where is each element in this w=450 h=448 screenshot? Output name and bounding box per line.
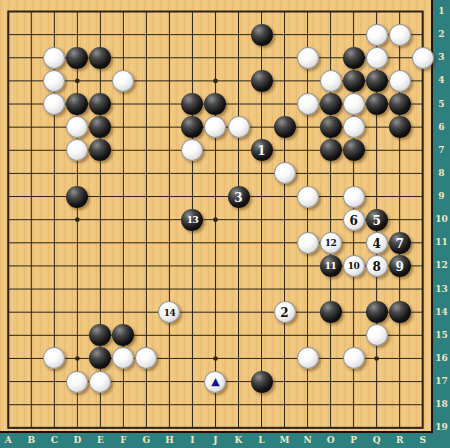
row-label-7: 7 — [433, 143, 450, 158]
move-number-label: 10 — [348, 262, 360, 271]
stone-black-r6[interactable] — [389, 116, 411, 138]
column-label-h: H — [158, 433, 180, 448]
stone-white-r2[interactable] — [389, 24, 411, 46]
row-label-17: 17 — [433, 374, 450, 389]
column-label-r: R — [389, 433, 411, 448]
stone-white-n16[interactable] — [297, 347, 319, 369]
stone-white-p9[interactable] — [343, 186, 365, 208]
row-label-16: 16 — [433, 351, 450, 366]
stone-white-r4[interactable] — [389, 70, 411, 92]
star-point — [213, 356, 218, 361]
stone-white-n9[interactable] — [297, 186, 319, 208]
stone-black-p3[interactable] — [343, 47, 365, 69]
column-label-b: B — [20, 433, 42, 448]
column-label-p: P — [343, 433, 365, 448]
stone-black-m6[interactable] — [274, 116, 296, 138]
stone-black-k9[interactable]: 3 — [228, 186, 250, 208]
stone-black-o5[interactable] — [320, 93, 342, 115]
stone-white-o11[interactable]: 12 — [320, 232, 342, 254]
stone-black-r12[interactable]: 9 — [389, 255, 411, 277]
column-label-a: A — [0, 433, 19, 448]
stone-black-q14[interactable] — [366, 301, 388, 323]
move-number-label: 7 — [395, 237, 403, 249]
stone-black-l17[interactable] — [251, 371, 273, 393]
move-number-label: 13 — [187, 216, 199, 225]
stone-white-o4[interactable] — [320, 70, 342, 92]
stone-white-q3[interactable] — [366, 47, 388, 69]
stone-black-q4[interactable] — [366, 70, 388, 92]
go-board-viewer: 1313651247111089142▲ ABCDEFGHIJKLMNOPQRS… — [0, 0, 450, 448]
stone-white-n5[interactable] — [297, 93, 319, 115]
column-label-n: N — [297, 433, 319, 448]
stone-white-q15[interactable] — [366, 324, 388, 346]
row-label-19: 19 — [433, 420, 450, 435]
row-label-13: 13 — [433, 282, 450, 297]
move-number-label: 6 — [349, 214, 357, 226]
stone-black-l4[interactable] — [251, 70, 273, 92]
stone-black-q10[interactable]: 5 — [366, 209, 388, 231]
row-label-1: 1 — [433, 4, 450, 19]
stone-black-d9[interactable] — [66, 186, 88, 208]
stone-black-d3[interactable] — [66, 47, 88, 69]
column-label-m: M — [274, 433, 296, 448]
stone-black-i10[interactable]: 13 — [181, 209, 203, 231]
stone-white-j17[interactable]: ▲ — [204, 371, 226, 393]
stone-black-r5[interactable] — [389, 93, 411, 115]
column-label-i: I — [181, 433, 203, 448]
stone-black-l2[interactable] — [251, 24, 273, 46]
stone-black-o6[interactable] — [320, 116, 342, 138]
star-point — [75, 79, 80, 84]
stone-white-p12[interactable]: 10 — [343, 255, 365, 277]
column-label-e: E — [89, 433, 111, 448]
stone-white-q11[interactable]: 4 — [366, 232, 388, 254]
stone-white-p5[interactable] — [343, 93, 365, 115]
stone-white-p6[interactable] — [343, 116, 365, 138]
move-number-label: 8 — [372, 260, 380, 272]
move-number-label: 1 — [257, 145, 265, 157]
row-label-2: 2 — [433, 27, 450, 42]
stone-white-q12[interactable]: 8 — [366, 255, 388, 277]
column-label-d: D — [66, 433, 88, 448]
row-label-6: 6 — [433, 120, 450, 135]
column-label-c: C — [43, 433, 65, 448]
star-point — [213, 217, 218, 222]
stone-white-e17[interactable] — [89, 371, 111, 393]
row-label-5: 5 — [433, 97, 450, 112]
row-label-14: 14 — [433, 305, 450, 320]
move-number-label: 3 — [234, 191, 242, 203]
stone-black-o7[interactable] — [320, 139, 342, 161]
stone-black-q5[interactable] — [366, 93, 388, 115]
column-label-s: S — [412, 433, 434, 448]
column-label-k: K — [228, 433, 250, 448]
column-label-f: F — [112, 433, 134, 448]
star-point — [374, 356, 379, 361]
stone-white-d17[interactable] — [66, 371, 88, 393]
stone-black-p7[interactable] — [343, 139, 365, 161]
stone-white-q2[interactable] — [366, 24, 388, 46]
stone-white-m14[interactable]: 2 — [274, 301, 296, 323]
star-point — [75, 356, 80, 361]
column-label-g: G — [135, 433, 157, 448]
stone-black-e3[interactable] — [89, 47, 111, 69]
move-number-label: 14 — [164, 308, 176, 317]
stone-white-c3[interactable] — [43, 47, 65, 69]
move-number-label: 5 — [372, 214, 380, 226]
move-number-label: 12 — [325, 239, 337, 248]
row-label-3: 3 — [433, 50, 450, 65]
column-label-l: L — [251, 433, 273, 448]
row-label-9: 9 — [433, 189, 450, 204]
stone-white-p10[interactable]: 6 — [343, 209, 365, 231]
row-label-10: 10 — [433, 212, 450, 227]
stone-black-p4[interactable] — [343, 70, 365, 92]
stone-white-m8[interactable] — [274, 162, 296, 184]
star-point — [213, 79, 218, 84]
row-label-12: 12 — [433, 258, 450, 273]
row-label-8: 8 — [433, 166, 450, 181]
column-label-q: Q — [366, 433, 388, 448]
stone-white-p16[interactable] — [343, 347, 365, 369]
go-board[interactable]: 1313651247111089142▲ — [0, 0, 433, 433]
stone-black-o12[interactable]: 11 — [320, 255, 342, 277]
move-number-label: 2 — [280, 307, 288, 319]
stone-black-r14[interactable] — [389, 301, 411, 323]
stone-black-r11[interactable]: 7 — [389, 232, 411, 254]
column-label-j: J — [204, 433, 226, 448]
stone-black-o14[interactable] — [320, 301, 342, 323]
column-label-o: O — [320, 433, 342, 448]
star-point — [75, 217, 80, 222]
stone-white-s3[interactable] — [412, 47, 434, 69]
stone-white-n11[interactable] — [297, 232, 319, 254]
move-number-label: 4 — [372, 237, 380, 249]
row-label-15: 15 — [433, 328, 450, 343]
stone-white-k6[interactable] — [228, 116, 250, 138]
triangle-marker-icon: ▲ — [211, 376, 219, 387]
stone-white-n3[interactable] — [297, 47, 319, 69]
move-number-label: 9 — [395, 260, 403, 272]
stone-black-l7[interactable]: 1 — [251, 139, 273, 161]
move-number-label: 11 — [325, 262, 337, 271]
row-label-18: 18 — [433, 397, 450, 412]
row-label-11: 11 — [433, 235, 450, 250]
row-label-4: 4 — [433, 73, 450, 88]
